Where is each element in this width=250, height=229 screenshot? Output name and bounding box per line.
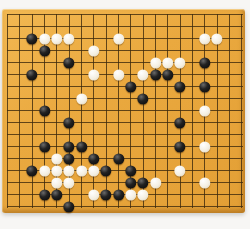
board-intersection bbox=[199, 141, 211, 153]
white-stone[interactable] bbox=[162, 57, 173, 68]
board-intersection bbox=[162, 57, 174, 69]
black-stone[interactable] bbox=[64, 57, 75, 68]
board-intersection bbox=[174, 141, 186, 153]
black-stone[interactable] bbox=[101, 165, 112, 176]
board-intersection bbox=[75, 165, 87, 177]
black-stone[interactable] bbox=[51, 189, 62, 200]
board-intersection bbox=[137, 177, 149, 189]
board-intersection bbox=[88, 165, 100, 177]
board-intersection bbox=[51, 177, 63, 189]
board-intersection bbox=[100, 189, 112, 201]
black-stone[interactable] bbox=[138, 93, 149, 104]
board-intersection bbox=[112, 153, 124, 165]
black-stone[interactable] bbox=[39, 45, 50, 56]
board-intersection bbox=[51, 153, 63, 165]
black-stone[interactable] bbox=[175, 81, 186, 92]
board-intersection bbox=[88, 189, 100, 201]
board-intersection bbox=[125, 81, 137, 93]
white-stone[interactable] bbox=[39, 33, 50, 44]
board-intersection bbox=[199, 33, 211, 45]
board-intersection bbox=[88, 153, 100, 165]
white-stone[interactable] bbox=[212, 33, 223, 44]
board-intersection bbox=[211, 33, 223, 45]
black-stone[interactable] bbox=[101, 189, 112, 200]
white-stone[interactable] bbox=[51, 33, 62, 44]
board-intersection bbox=[51, 33, 63, 45]
black-stone[interactable] bbox=[175, 117, 186, 128]
board-intersection bbox=[149, 69, 161, 81]
board-intersection bbox=[63, 141, 75, 153]
white-stone[interactable] bbox=[199, 141, 210, 152]
white-stone[interactable] bbox=[113, 69, 124, 80]
white-stone[interactable] bbox=[51, 177, 62, 188]
black-stone[interactable] bbox=[88, 153, 99, 164]
black-stone[interactable] bbox=[27, 33, 38, 44]
go-board[interactable] bbox=[2, 9, 245, 213]
black-stone[interactable] bbox=[175, 141, 186, 152]
white-stone[interactable] bbox=[51, 153, 62, 164]
board-intersection bbox=[174, 117, 186, 129]
stones-layer bbox=[1, 9, 248, 213]
white-stone[interactable] bbox=[76, 93, 87, 104]
white-stone[interactable] bbox=[138, 69, 149, 80]
black-stone[interactable] bbox=[76, 141, 87, 152]
board-intersection bbox=[63, 57, 75, 69]
white-stone[interactable] bbox=[175, 57, 186, 68]
board-intersection bbox=[137, 189, 149, 201]
black-stone[interactable] bbox=[125, 177, 136, 188]
board-intersection bbox=[38, 165, 50, 177]
white-stone[interactable] bbox=[150, 177, 161, 188]
board-intersection bbox=[199, 105, 211, 117]
black-stone[interactable] bbox=[39, 141, 50, 152]
board-intersection bbox=[88, 69, 100, 81]
board-intersection bbox=[174, 57, 186, 69]
board-intersection bbox=[38, 105, 50, 117]
board-intersection bbox=[26, 33, 38, 45]
white-stone[interactable] bbox=[51, 165, 62, 176]
white-stone[interactable] bbox=[199, 177, 210, 188]
board-intersection bbox=[199, 177, 211, 189]
board-intersection bbox=[38, 33, 50, 45]
board-intersection bbox=[88, 45, 100, 57]
board-intersection bbox=[38, 141, 50, 153]
white-stone[interactable] bbox=[64, 177, 75, 188]
go-photo-stage bbox=[0, 0, 250, 229]
board-intersection bbox=[38, 45, 50, 57]
white-stone[interactable] bbox=[64, 33, 75, 44]
black-stone[interactable] bbox=[39, 189, 50, 200]
board-intersection bbox=[174, 81, 186, 93]
black-stone[interactable] bbox=[39, 105, 50, 116]
black-stone[interactable] bbox=[27, 165, 38, 176]
board-intersection bbox=[75, 93, 87, 105]
board-intersection bbox=[63, 165, 75, 177]
board-intersection bbox=[63, 153, 75, 165]
white-stone[interactable] bbox=[88, 189, 99, 200]
board-intersection bbox=[174, 165, 186, 177]
board-intersection bbox=[162, 69, 174, 81]
board-intersection bbox=[125, 165, 137, 177]
board-intersection bbox=[63, 201, 75, 213]
board-intersection bbox=[149, 57, 161, 69]
board-intersection bbox=[137, 93, 149, 105]
board-intersection bbox=[112, 33, 124, 45]
black-stone[interactable] bbox=[199, 57, 210, 68]
board-intersection bbox=[63, 177, 75, 189]
black-stone[interactable] bbox=[64, 201, 75, 212]
board-intersection bbox=[75, 141, 87, 153]
white-stone[interactable] bbox=[199, 105, 210, 116]
board-intersection bbox=[125, 189, 137, 201]
white-stone[interactable] bbox=[138, 189, 149, 200]
black-stone[interactable] bbox=[125, 81, 136, 92]
white-stone[interactable] bbox=[88, 165, 99, 176]
black-stone[interactable] bbox=[113, 189, 124, 200]
board-intersection bbox=[125, 177, 137, 189]
board-intersection bbox=[199, 57, 211, 69]
white-stone[interactable] bbox=[88, 69, 99, 80]
black-stone[interactable] bbox=[64, 141, 75, 152]
board-intersection bbox=[63, 117, 75, 129]
board-intersection bbox=[199, 81, 211, 93]
black-stone[interactable] bbox=[64, 153, 75, 164]
white-stone[interactable] bbox=[88, 45, 99, 56]
board-intersection bbox=[137, 69, 149, 81]
white-stone[interactable] bbox=[76, 165, 87, 176]
black-stone[interactable] bbox=[64, 117, 75, 128]
board-intersection bbox=[112, 189, 124, 201]
white-stone[interactable] bbox=[113, 33, 124, 44]
board-intersection bbox=[149, 177, 161, 189]
board-intersection bbox=[26, 165, 38, 177]
board-intersection bbox=[112, 69, 124, 81]
white-stone[interactable] bbox=[64, 165, 75, 176]
black-stone[interactable] bbox=[162, 69, 173, 80]
black-stone[interactable] bbox=[113, 153, 124, 164]
board-intersection bbox=[26, 69, 38, 81]
white-stone[interactable] bbox=[150, 57, 161, 68]
board-intersection bbox=[38, 189, 50, 201]
black-stone[interactable] bbox=[125, 165, 136, 176]
board-intersection bbox=[63, 33, 75, 45]
board-intersection bbox=[100, 165, 112, 177]
white-stone[interactable] bbox=[199, 33, 210, 44]
black-stone[interactable] bbox=[27, 69, 38, 80]
black-stone[interactable] bbox=[150, 69, 161, 80]
white-stone[interactable] bbox=[125, 189, 136, 200]
board-intersection bbox=[51, 165, 63, 177]
white-stone[interactable] bbox=[175, 165, 186, 176]
board-intersection bbox=[51, 189, 63, 201]
black-stone[interactable] bbox=[199, 81, 210, 92]
white-stone[interactable] bbox=[39, 165, 50, 176]
black-stone[interactable] bbox=[138, 177, 149, 188]
